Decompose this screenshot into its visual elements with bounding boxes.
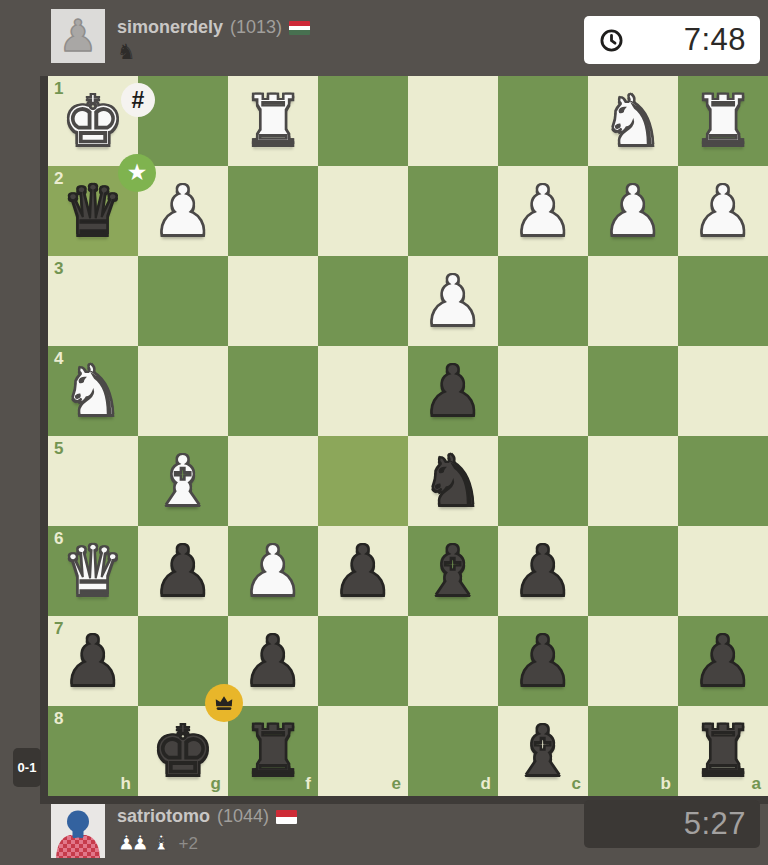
square-d4[interactable]: ♟ — [408, 346, 498, 436]
square-e7[interactable] — [318, 616, 408, 706]
square-d6[interactable]: ♝ — [408, 526, 498, 616]
white-pawn-f6[interactable]: ♟ — [242, 526, 305, 616]
white-player-rating: (1013) — [230, 17, 282, 38]
black-bishop-d6[interactable]: ♝ — [422, 526, 485, 616]
chess-game-screen: ♟ simonerdely (1013) ♞ 7:48 1♚#♜♞♜2♛★♟♟♟… — [0, 0, 768, 865]
file-label-d: d — [481, 774, 491, 794]
square-b2[interactable]: ♟ — [588, 166, 678, 256]
square-c5[interactable] — [498, 436, 588, 526]
square-a3[interactable] — [678, 256, 768, 346]
square-b7[interactable] — [588, 616, 678, 706]
square-h6[interactable]: 6♛ — [48, 526, 138, 616]
black-pawn-e6[interactable]: ♟ — [332, 526, 395, 616]
file-label-e: e — [392, 774, 401, 794]
white-captured-pieces: ♞ — [117, 40, 136, 64]
square-g5[interactable]: ♝ — [138, 436, 228, 526]
square-b6[interactable] — [588, 526, 678, 616]
white-clock: 7:48 — [584, 16, 760, 64]
square-b1[interactable]: ♞ — [588, 76, 678, 166]
square-h1[interactable]: 1♚# — [48, 76, 138, 166]
checkmate-hash-badge: # — [121, 83, 155, 117]
square-d1[interactable] — [408, 76, 498, 166]
white-pawn-c2[interactable]: ♟ — [512, 166, 575, 256]
black-king-g8[interactable]: ♚ — [152, 706, 215, 796]
square-g3[interactable] — [138, 256, 228, 346]
rank-label-8: 8 — [54, 709, 63, 729]
file-label-f: f — [305, 774, 311, 794]
rank-label-3: 3 — [54, 259, 63, 279]
square-d8[interactable]: d — [408, 706, 498, 796]
square-h2[interactable]: 2♛★ — [48, 166, 138, 256]
square-c6[interactable]: ♟ — [498, 526, 588, 616]
black-pawn-c7[interactable]: ♟ — [512, 616, 575, 706]
square-e8[interactable]: e — [318, 706, 408, 796]
black-knight-d5[interactable]: ♞ — [422, 436, 485, 526]
square-g8[interactable]: g♚ — [138, 706, 228, 796]
white-pawn-d3[interactable]: ♟ — [422, 256, 485, 346]
square-h4[interactable]: 4♞ — [48, 346, 138, 436]
rank-label-5: 5 — [54, 439, 63, 459]
file-label-h: h — [121, 774, 131, 794]
chess-board: 1♚#♜♞♜2♛★♟♟♟♟3♟4♞♟5♝♞6♛♟♟♟♝♟7♟♟♟♟8hg♚f♜e… — [48, 76, 768, 796]
square-b3[interactable] — [588, 256, 678, 346]
square-a5[interactable] — [678, 436, 768, 526]
square-e3[interactable] — [318, 256, 408, 346]
square-e4[interactable] — [318, 346, 408, 436]
white-bishop-g5[interactable]: ♝ — [152, 436, 215, 526]
default-pawn-avatar-icon: ♟ — [58, 9, 97, 63]
square-a8[interactable]: a♜ — [678, 706, 768, 796]
black-queen-h2[interactable]: ♛ — [62, 166, 125, 256]
square-a4[interactable] — [678, 346, 768, 436]
square-e6[interactable]: ♟ — [318, 526, 408, 616]
square-h3[interactable]: 3 — [48, 256, 138, 346]
captured-black-knight-icon: ♞ — [117, 40, 136, 64]
square-h5[interactable]: 5 — [48, 436, 138, 526]
white-knight-b1[interactable]: ♞ — [602, 76, 665, 166]
square-e2[interactable] — [318, 166, 408, 256]
black-pawn-h7[interactable]: ♟ — [62, 616, 125, 706]
square-d5[interactable]: ♞ — [408, 436, 498, 526]
white-knight-h4[interactable]: ♞ — [62, 346, 125, 436]
square-a6[interactable] — [678, 526, 768, 616]
game-result-badge: 0-1 — [13, 748, 41, 787]
square-f8[interactable]: f♜ — [228, 706, 318, 796]
indonesia-flag-icon — [276, 810, 297, 824]
black-rook-a8[interactable]: ♜ — [692, 706, 755, 796]
clock-icon — [599, 28, 624, 53]
black-pawn-d4[interactable]: ♟ — [422, 346, 485, 436]
square-g4[interactable] — [138, 346, 228, 436]
black-rook-f8[interactable]: ♜ — [242, 706, 305, 796]
square-b8[interactable]: b — [588, 706, 678, 796]
white-pawn-b2[interactable]: ♟ — [602, 166, 665, 256]
black-bishop-c8[interactable]: ♝ — [512, 706, 575, 796]
black-pawn-c6[interactable]: ♟ — [512, 526, 575, 616]
square-e5[interactable] — [318, 436, 408, 526]
black-captured-pieces: ♟♟♝+2 — [117, 831, 198, 855]
white-player-info[interactable]: simonerdely (1013) — [117, 17, 310, 38]
white-king-h1[interactable]: ♚ — [62, 76, 125, 166]
black-player-name[interactable]: satriotomo — [117, 806, 210, 827]
black-player-rating: (1044) — [217, 806, 269, 827]
black-pawn-f7[interactable]: ♟ — [242, 616, 305, 706]
file-label-b: b — [661, 774, 671, 794]
square-a7[interactable]: ♟ — [678, 616, 768, 706]
hungary-flag-icon — [289, 21, 310, 35]
square-h7[interactable]: 7♟ — [48, 616, 138, 706]
white-pawn-g2[interactable]: ♟ — [152, 166, 215, 256]
square-b4[interactable] — [588, 346, 678, 436]
black-player-avatar[interactable] — [51, 804, 105, 858]
square-c4[interactable] — [498, 346, 588, 436]
square-c3[interactable] — [498, 256, 588, 346]
square-h8[interactable]: 8h — [48, 706, 138, 796]
captured-white-bishop-icon: ♝ — [152, 831, 171, 855]
square-f7[interactable]: ♟ — [228, 616, 318, 706]
white-queen-h6[interactable]: ♛ — [62, 526, 125, 616]
square-f4[interactable] — [228, 346, 318, 436]
black-pawn-a7[interactable]: ♟ — [692, 616, 755, 706]
square-d3[interactable]: ♟ — [408, 256, 498, 346]
square-c7[interactable]: ♟ — [498, 616, 588, 706]
square-d2[interactable] — [408, 166, 498, 256]
winner-crown-badge — [205, 684, 243, 722]
white-rook-a1[interactable]: ♜ — [692, 76, 755, 166]
material-advantage: +2 — [178, 833, 197, 855]
square-a2[interactable]: ♟ — [678, 166, 768, 256]
black-clock: 5:27 — [584, 800, 760, 848]
black-pawn-g6[interactable]: ♟ — [152, 526, 215, 616]
square-f2[interactable] — [228, 166, 318, 256]
square-f6[interactable]: ♟ — [228, 526, 318, 616]
best-move-star-badge: ★ — [118, 154, 156, 192]
white-clock-time: 7:48 — [684, 22, 760, 58]
square-a1[interactable]: ♜ — [678, 76, 768, 166]
square-c8[interactable]: c♝ — [498, 706, 588, 796]
square-f3[interactable] — [228, 256, 318, 346]
square-g6[interactable]: ♟ — [138, 526, 228, 616]
black-clock-time: 5:27 — [684, 806, 760, 842]
square-e1[interactable] — [318, 76, 408, 166]
white-rook-f1[interactable]: ♜ — [242, 76, 305, 166]
square-f5[interactable] — [228, 436, 318, 526]
white-player-avatar[interactable]: ♟ — [51, 9, 105, 63]
person-avatar-image — [51, 804, 105, 858]
white-player-name[interactable]: simonerdely — [117, 17, 223, 38]
square-c2[interactable]: ♟ — [498, 166, 588, 256]
square-f1[interactable]: ♜ — [228, 76, 318, 166]
square-c1[interactable] — [498, 76, 588, 166]
square-b5[interactable] — [588, 436, 678, 526]
captured-white-pawn-icon: ♟ — [131, 831, 150, 855]
square-d7[interactable] — [408, 616, 498, 706]
white-pawn-a2[interactable]: ♟ — [692, 166, 755, 256]
black-player-info[interactable]: satriotomo (1044) — [117, 806, 297, 827]
